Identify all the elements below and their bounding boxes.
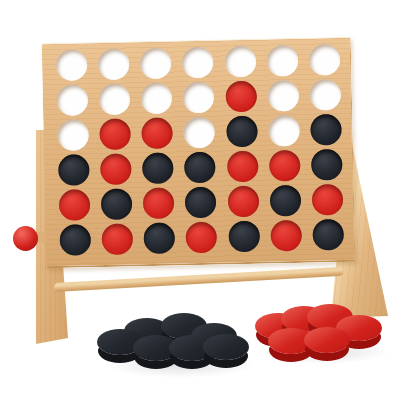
red-disc (143, 188, 175, 220)
cell-r6c7[interactable] (307, 217, 350, 253)
cell-r4c3[interactable] (137, 150, 180, 186)
cell-r5c1[interactable] (53, 187, 96, 223)
cell-r4c4[interactable] (179, 150, 222, 186)
cell-r6c1[interactable] (53, 222, 96, 258)
empty-hole (141, 83, 173, 115)
empty-hole (56, 84, 88, 116)
cell-r4c2[interactable] (94, 151, 137, 187)
black-disc (311, 149, 343, 181)
cell-r1c1[interactable] (50, 47, 93, 83)
cell-r3c6[interactable] (263, 113, 306, 149)
cell-r1c4[interactable] (177, 45, 220, 81)
cell-r2c4[interactable] (177, 80, 220, 116)
red-disc (186, 222, 218, 254)
black-disc (184, 152, 216, 184)
empty-hole (310, 79, 342, 111)
empty-hole (268, 115, 300, 147)
board-grid (42, 38, 355, 266)
empty-hole (183, 82, 215, 114)
loose-disc-red (304, 327, 350, 353)
cell-r1c5[interactable] (219, 44, 262, 80)
red-disc (271, 220, 303, 252)
red-disc (269, 150, 301, 182)
cell-r6c6[interactable] (265, 218, 308, 254)
cell-r4c1[interactable] (52, 152, 95, 188)
connect-four-board (42, 37, 356, 268)
black-disc (185, 187, 217, 219)
cell-r4c7[interactable] (306, 147, 349, 183)
cell-r6c2[interactable] (96, 221, 139, 257)
empty-hole (268, 80, 300, 112)
red-disc (225, 81, 257, 113)
empty-hole (140, 48, 172, 80)
loose-disc-black (203, 334, 249, 360)
empty-hole (267, 45, 299, 77)
cell-r2c1[interactable] (51, 82, 94, 118)
empty-hole (182, 47, 214, 79)
cell-r3c3[interactable] (136, 115, 179, 151)
black-disc (270, 185, 302, 217)
cell-r6c3[interactable] (138, 220, 181, 256)
connect-four-scene (0, 0, 400, 400)
cell-r6c5[interactable] (223, 219, 266, 255)
cell-r3c4[interactable] (178, 115, 221, 151)
empty-hole (184, 117, 216, 149)
black-disc (58, 154, 90, 186)
empty-hole (98, 83, 130, 115)
cell-r2c6[interactable] (262, 78, 305, 114)
red-disc (100, 153, 132, 185)
red-disc (227, 151, 259, 183)
cell-r1c2[interactable] (92, 46, 135, 82)
cell-r2c2[interactable] (93, 81, 136, 117)
stand-crossbar-dowel (54, 267, 344, 292)
cell-r3c7[interactable] (305, 112, 348, 148)
cell-r4c6[interactable] (263, 148, 306, 184)
black-disc (311, 114, 343, 146)
cell-r3c5[interactable] (220, 114, 263, 150)
cell-r2c3[interactable] (135, 80, 178, 116)
red-disc (312, 184, 344, 216)
cell-r1c3[interactable] (134, 45, 177, 81)
black-disc (144, 223, 176, 255)
red-disc (58, 189, 90, 221)
empty-hole (309, 44, 341, 76)
cell-r6c4[interactable] (180, 220, 223, 256)
cell-r5c5[interactable] (222, 184, 265, 220)
empty-hole (57, 119, 89, 151)
empty-hole (225, 46, 257, 78)
cell-r5c3[interactable] (137, 185, 180, 221)
cell-r5c4[interactable] (180, 185, 223, 221)
black-disc (228, 221, 260, 253)
cell-r1c7[interactable] (303, 42, 346, 78)
red-release-knob[interactable] (13, 226, 38, 251)
black-disc (313, 219, 345, 251)
black-disc (226, 116, 258, 148)
cell-r2c7[interactable] (304, 77, 347, 113)
black-disc (59, 224, 91, 256)
cell-r5c2[interactable] (95, 186, 138, 222)
cell-r3c2[interactable] (94, 116, 137, 152)
empty-hole (55, 49, 87, 81)
red-disc (99, 118, 131, 150)
cell-r1c6[interactable] (261, 43, 304, 79)
cell-r5c6[interactable] (264, 183, 307, 219)
empty-hole (98, 48, 130, 80)
cell-r5c7[interactable] (306, 182, 349, 218)
black-disc (142, 153, 174, 185)
black-disc (101, 188, 133, 220)
cell-r3c1[interactable] (51, 117, 94, 153)
cell-r2c5[interactable] (220, 79, 263, 115)
red-disc (227, 186, 259, 218)
red-disc (141, 118, 173, 150)
red-disc (101, 223, 133, 255)
cell-r4c5[interactable] (221, 149, 264, 185)
